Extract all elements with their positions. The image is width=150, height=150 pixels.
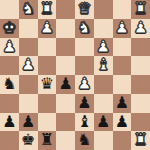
square-a3[interactable] — [0, 94, 19, 113]
white-pawn-icon[interactable]: ♟ — [133, 19, 147, 38]
black-pawn-icon[interactable]: ♟ — [96, 113, 110, 132]
square-d7[interactable] — [56, 19, 75, 38]
square-a7[interactable]: ♚ — [0, 19, 19, 38]
square-c8[interactable]: ♜ — [38, 0, 57, 19]
square-e1[interactable]: ♞ — [75, 131, 94, 150]
square-e5[interactable] — [75, 56, 94, 75]
square-e2[interactable]: ♝ — [75, 113, 94, 132]
square-c2[interactable] — [38, 113, 57, 132]
square-g8[interactable] — [113, 0, 132, 19]
white-pawn-icon[interactable]: ♟ — [115, 19, 129, 38]
black-pawn-icon[interactable]: ♟ — [77, 94, 91, 113]
white-rook-icon[interactable]: ♜ — [133, 0, 147, 19]
square-a1[interactable] — [0, 131, 19, 150]
black-king-icon[interactable]: ♚ — [21, 131, 35, 150]
square-b8[interactable]: ♞ — [19, 0, 38, 19]
white-knight-icon[interactable]: ♞ — [21, 0, 35, 19]
black-pawn-icon[interactable]: ♟ — [21, 113, 35, 132]
square-a2[interactable]: ♟ — [0, 113, 19, 132]
white-king-icon[interactable]: ♚ — [2, 19, 16, 38]
white-pawn-icon[interactable]: ♟ — [40, 19, 54, 38]
square-d1[interactable] — [56, 131, 75, 150]
square-h7[interactable]: ♟ — [131, 19, 150, 38]
square-d5[interactable] — [56, 56, 75, 75]
square-f5[interactable]: ♝ — [94, 56, 113, 75]
square-e7[interactable]: ♞ — [75, 19, 94, 38]
square-f2[interactable]: ♟ — [94, 113, 113, 132]
white-pawn-icon[interactable]: ♟ — [21, 56, 35, 75]
square-a6[interactable]: ♟ — [0, 38, 19, 57]
square-h6[interactable] — [131, 38, 150, 57]
square-g7[interactable]: ♟ — [113, 19, 132, 38]
square-h1[interactable]: ♜ — [131, 131, 150, 150]
square-a4[interactable]: ♞ — [0, 75, 19, 94]
square-f3[interactable] — [94, 94, 113, 113]
square-h5[interactable] — [131, 56, 150, 75]
white-pawn-icon[interactable]: ♟ — [96, 38, 110, 57]
square-d6[interactable] — [56, 38, 75, 57]
square-g3[interactable]: ♟ — [113, 94, 132, 113]
square-b2[interactable]: ♟ — [19, 113, 38, 132]
square-h3[interactable] — [131, 94, 150, 113]
square-e3[interactable]: ♟ — [75, 94, 94, 113]
square-g6[interactable] — [113, 38, 132, 57]
square-c3[interactable] — [38, 94, 57, 113]
square-g5[interactable] — [113, 56, 132, 75]
white-rook-icon[interactable]: ♜ — [133, 131, 147, 150]
square-d8[interactable] — [56, 0, 75, 19]
square-b7[interactable] — [19, 19, 38, 38]
square-d3[interactable] — [56, 94, 75, 113]
square-h4[interactable] — [131, 75, 150, 94]
square-f4[interactable] — [94, 75, 113, 94]
square-b1[interactable]: ♚ — [19, 131, 38, 150]
square-f6[interactable]: ♟ — [94, 38, 113, 57]
square-b4[interactable] — [19, 75, 38, 94]
black-knight-icon[interactable]: ♞ — [2, 75, 16, 94]
white-pawn-icon[interactable]: ♟ — [77, 75, 91, 94]
black-knight-icon[interactable]: ♞ — [77, 131, 91, 150]
white-knight-icon[interactable]: ♞ — [77, 19, 91, 38]
square-a8[interactable] — [0, 0, 19, 19]
square-c4[interactable]: ♛ — [38, 75, 57, 94]
white-pawn-icon[interactable]: ♟ — [2, 38, 16, 57]
black-pawn-icon[interactable]: ♟ — [115, 94, 129, 113]
square-b6[interactable] — [19, 38, 38, 57]
square-f1[interactable] — [94, 131, 113, 150]
square-g1[interactable] — [113, 131, 132, 150]
black-bishop-icon[interactable]: ♝ — [77, 113, 91, 132]
square-b3[interactable] — [19, 94, 38, 113]
square-g4[interactable] — [113, 75, 132, 94]
white-bishop-icon[interactable]: ♝ — [96, 56, 110, 75]
black-pawn-icon[interactable]: ♟ — [2, 113, 16, 132]
square-f8[interactable] — [94, 0, 113, 19]
square-h2[interactable] — [131, 113, 150, 132]
chess-board: ♞♜♛♜♚♟♞♟♟♟♟♟♝♞♛♟♟♟♟♟♟♝♟♟♚♜♞♜ — [0, 0, 150, 150]
black-rook-icon[interactable]: ♜ — [40, 131, 54, 150]
square-c7[interactable]: ♟ — [38, 19, 57, 38]
square-f7[interactable] — [94, 19, 113, 38]
white-rook-icon[interactable]: ♜ — [40, 0, 54, 19]
square-d2[interactable] — [56, 113, 75, 132]
square-e4[interactable]: ♟ — [75, 75, 94, 94]
black-pawn-icon[interactable]: ♟ — [115, 113, 129, 132]
square-a5[interactable] — [0, 56, 19, 75]
square-d4[interactable]: ♟ — [56, 75, 75, 94]
square-b5[interactable]: ♟ — [19, 56, 38, 75]
black-pawn-icon[interactable]: ♟ — [58, 75, 72, 94]
square-c6[interactable] — [38, 38, 57, 57]
square-e6[interactable] — [75, 38, 94, 57]
square-e8[interactable]: ♛ — [75, 0, 94, 19]
square-c1[interactable]: ♜ — [38, 131, 57, 150]
square-h8[interactable]: ♜ — [131, 0, 150, 19]
black-queen-icon[interactable]: ♛ — [40, 75, 54, 94]
white-queen-icon[interactable]: ♛ — [77, 0, 91, 19]
square-c5[interactable] — [38, 56, 57, 75]
square-g2[interactable]: ♟ — [113, 113, 132, 132]
